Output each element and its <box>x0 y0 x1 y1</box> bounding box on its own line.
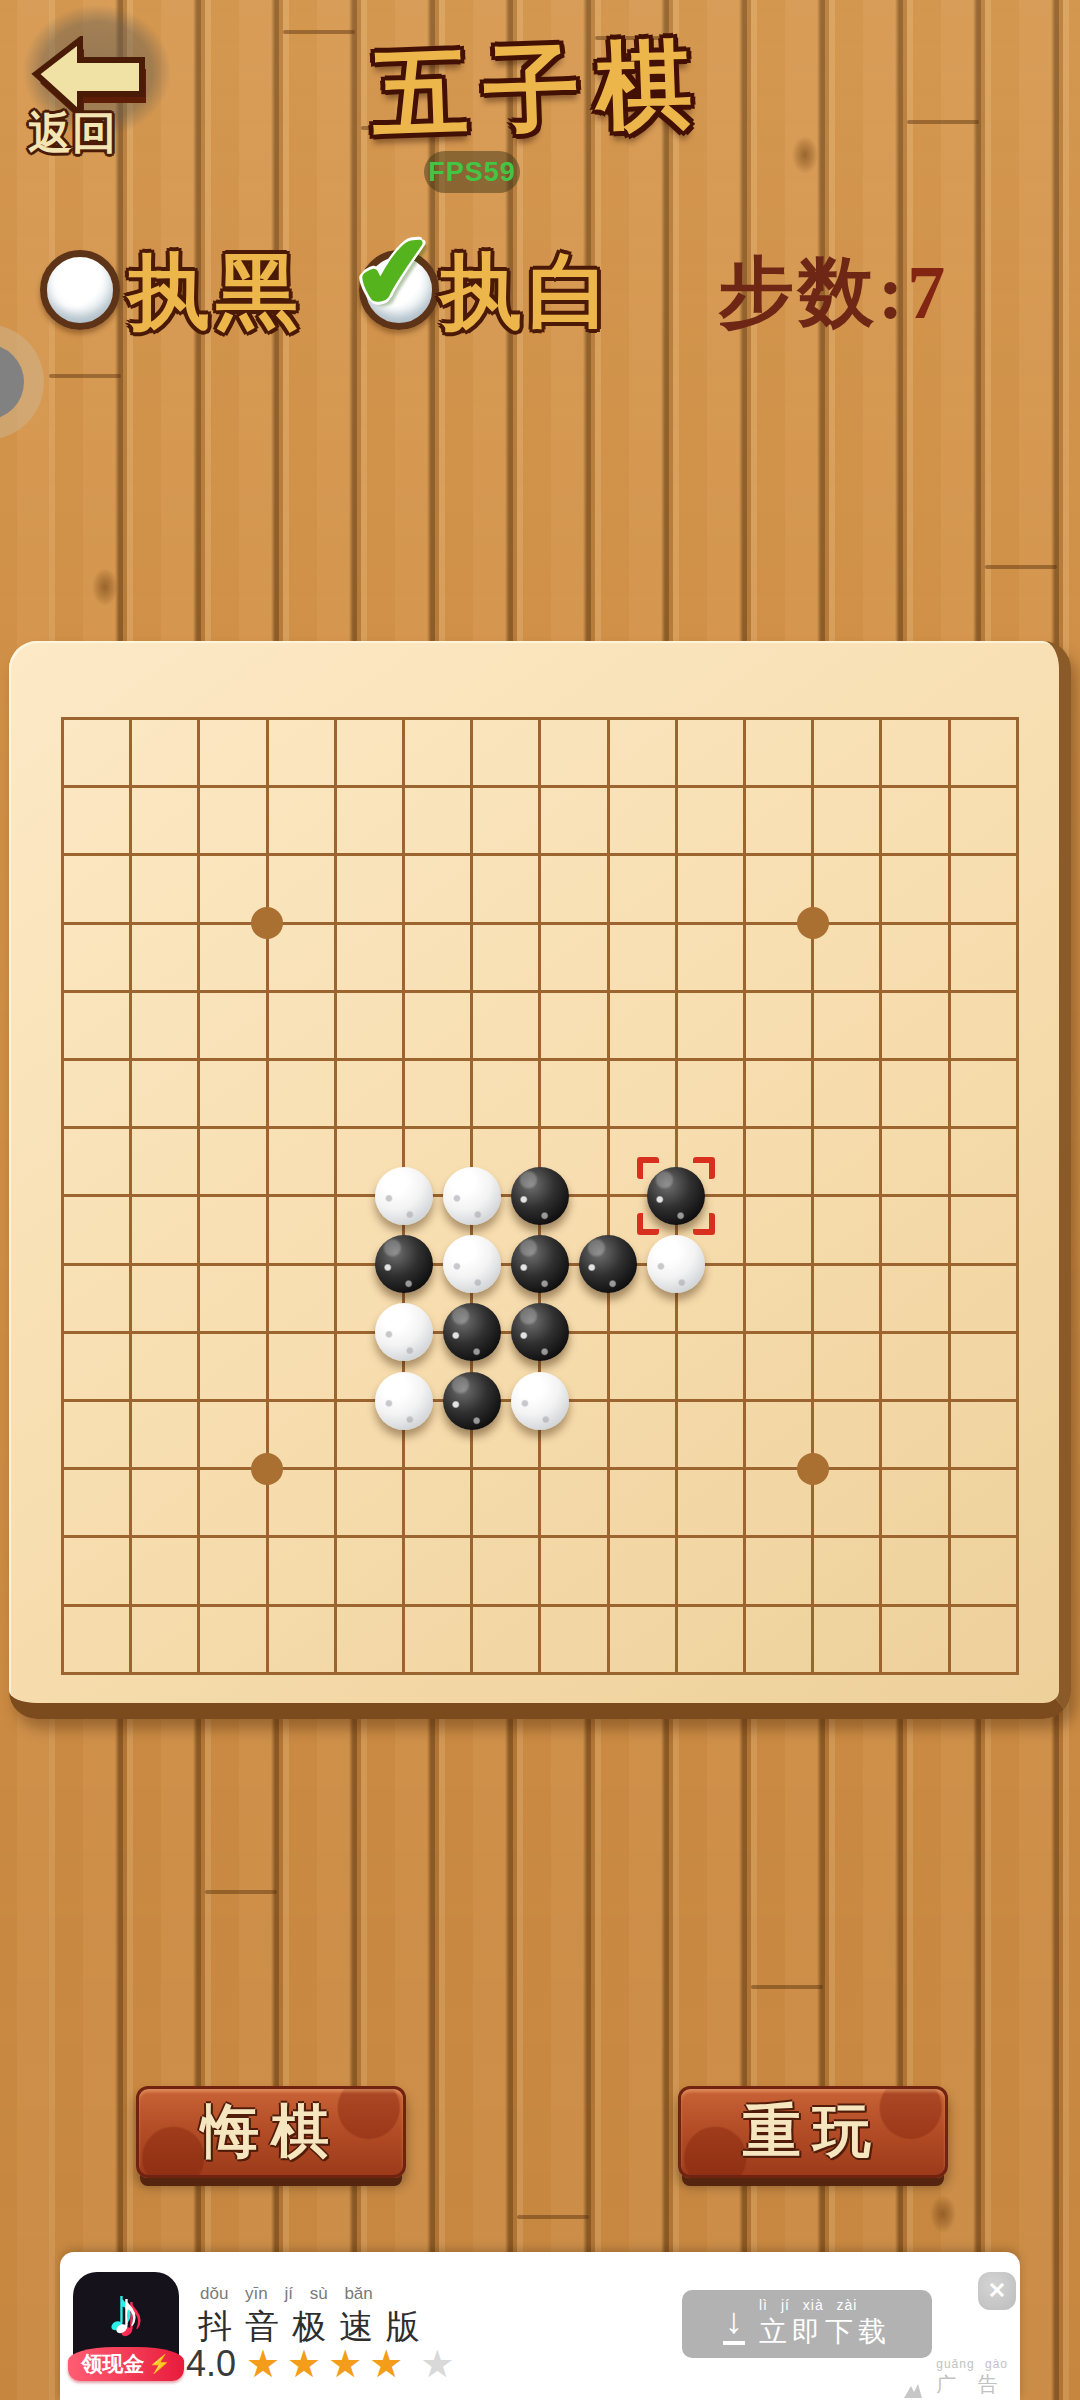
lightning-icon: ⚡ <box>148 2353 170 2375</box>
step-counter: 步数:7 <box>718 242 949 345</box>
wood-seam <box>751 1985 823 1989</box>
star-point <box>797 907 829 939</box>
ad-tag: guǎng gào 广 告 <box>904 2357 1008 2398</box>
wood-seam <box>49 374 121 378</box>
rating-stars-filled: ★★★★ <box>246 2342 410 2386</box>
marker-corner <box>637 1213 659 1235</box>
step-counter-label: 步数: <box>718 250 907 334</box>
white-stone <box>375 1167 433 1225</box>
play-black-label[interactable]: 执黑 <box>128 238 304 348</box>
ad-app-name-pinyin: dǒu yīn jí sù bǎn <box>200 2284 373 2304</box>
marker-corner <box>693 1213 715 1235</box>
white-stone <box>443 1235 501 1293</box>
white-stone <box>443 1167 501 1225</box>
ad-close-button[interactable]: ✕ <box>978 2272 1016 2310</box>
ad-tag-pinyin: guǎng gào <box>936 2357 1008 2371</box>
black-stone <box>579 1235 637 1293</box>
white-stone <box>647 1235 705 1293</box>
star-point <box>251 907 283 939</box>
rating-star-empty: ★ <box>420 2342 454 2386</box>
wood-seam <box>985 565 1057 569</box>
fps-badge: FPS59 <box>424 151 520 193</box>
step-counter-value: 7 <box>907 250 949 334</box>
radio-play-black[interactable] <box>40 250 120 330</box>
black-stone <box>511 1167 569 1225</box>
game-screen: 返回 五子棋 FPS59 22 执黑 ✔ 执白 步数:7 悔棋 重玩 ♪ 领现金… <box>0 0 1080 2400</box>
black-stone <box>511 1303 569 1361</box>
play-white-label[interactable]: 执白 <box>440 238 616 348</box>
star-point <box>251 1453 283 1485</box>
ad-banner[interactable]: ♪ 领现金 ⚡ dǒu yīn jí sù bǎn 抖音极速版 4.0 ★★★★… <box>60 2252 1020 2400</box>
download-icon: ↓ <box>723 2303 745 2345</box>
wood-seam <box>205 1890 277 1894</box>
wood-knot <box>930 2195 956 2233</box>
close-icon: ✕ <box>988 2278 1006 2304</box>
download-label: 立即下载 <box>759 2313 891 2351</box>
black-stone <box>375 1235 433 1293</box>
star-point <box>797 1453 829 1485</box>
black-stone <box>511 1235 569 1293</box>
last-move-marker <box>637 1157 715 1235</box>
white-stone <box>375 1372 433 1430</box>
download-button[interactable]: ↓ lì jí xià zài 立即下载 <box>682 2290 932 2358</box>
douyin-note-icon: ♪ <box>73 2274 179 2350</box>
replay-button[interactable]: 重玩 <box>678 2086 948 2178</box>
wood-knot <box>92 568 118 606</box>
download-pinyin: lì jí xià zài <box>759 2297 891 2313</box>
ad-app-icon[interactable]: ♪ 领现金 ⚡ <box>73 2272 179 2378</box>
game-board <box>9 641 1071 1719</box>
black-stone <box>443 1303 501 1361</box>
white-stone <box>511 1372 569 1430</box>
ad-icon-ribbon: 领现金 ⚡ <box>68 2347 184 2381</box>
board-grid[interactable] <box>61 717 1019 1675</box>
ad-tag-label: 广 告 <box>936 2371 1008 2398</box>
ad-icon-ribbon-label: 领现金 <box>81 2350 144 2378</box>
checkmark-icon: ✔ <box>346 210 442 335</box>
marker-corner <box>637 1157 659 1179</box>
white-stone <box>375 1303 433 1361</box>
undo-button[interactable]: 悔棋 <box>136 2086 406 2178</box>
black-stone <box>443 1372 501 1430</box>
marker-corner <box>693 1157 715 1179</box>
wood-seam <box>517 2215 589 2219</box>
ad-rating: 4.0 ★★★★ ★ <box>186 2342 454 2386</box>
ad-rating-value: 4.0 <box>186 2343 236 2385</box>
ad-network-icon <box>904 2376 930 2398</box>
